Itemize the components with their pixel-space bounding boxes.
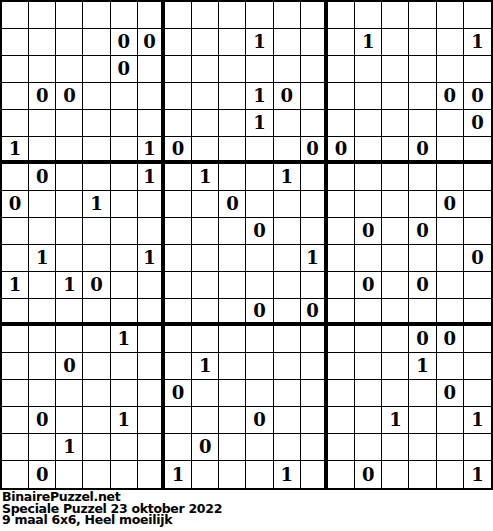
cell-r9c15[interactable] — [382, 218, 409, 245]
cell-r3c11[interactable] — [274, 56, 301, 83]
cell-r4c5[interactable] — [111, 83, 138, 110]
cell-r15c10[interactable] — [246, 380, 273, 407]
cell-r1c4[interactable] — [83, 2, 110, 29]
cell-r6c10[interactable] — [246, 137, 273, 164]
cell-r10c10[interactable] — [246, 245, 273, 272]
cell-r18c12[interactable] — [301, 461, 328, 488]
cell-r9c3[interactable] — [56, 218, 83, 245]
cell-r7c9[interactable] — [219, 164, 246, 191]
cell-r16c16[interactable] — [409, 407, 436, 434]
cell-r16c7[interactable] — [165, 407, 192, 434]
cell-r1c8[interactable] — [192, 2, 219, 29]
cell-r7c1[interactable] — [2, 164, 29, 191]
cell-r15c9[interactable] — [219, 380, 246, 407]
cell-r16c18: 1 — [464, 407, 491, 434]
cell-r2c11[interactable] — [274, 29, 301, 56]
cell-r2c14: 1 — [355, 29, 382, 56]
cell-r17c11[interactable] — [274, 434, 301, 461]
cell-r14c11[interactable] — [274, 353, 301, 380]
cell-r13c18[interactable] — [464, 326, 491, 353]
cell-r14c10[interactable] — [246, 353, 273, 380]
cell-r11c4: 0 — [83, 272, 110, 299]
cell-r7c17[interactable] — [437, 164, 464, 191]
cell-r14c13[interactable] — [328, 353, 355, 380]
cell-r11c8[interactable] — [192, 272, 219, 299]
cell-r9c8[interactable] — [192, 218, 219, 245]
cell-r3c2[interactable] — [29, 56, 56, 83]
cell-r1c7[interactable] — [165, 2, 192, 29]
cell-r8c11[interactable] — [274, 191, 301, 218]
cell-r15c2[interactable] — [29, 380, 56, 407]
cell-r4c14[interactable] — [355, 83, 382, 110]
cell-r18c7: 1 — [165, 461, 192, 488]
cell-r15c7: 0 — [165, 380, 192, 407]
cell-r9c4[interactable] — [83, 218, 110, 245]
cell-r2c13[interactable] — [328, 29, 355, 56]
cell-r3c6[interactable] — [138, 56, 165, 83]
cell-r11c17[interactable] — [437, 272, 464, 299]
cell-r4c15[interactable] — [382, 83, 409, 110]
cell-r1c1[interactable] — [2, 2, 29, 29]
cell-r6c14[interactable] — [355, 137, 382, 164]
cell-r12c15[interactable] — [382, 299, 409, 326]
cell-r4c13[interactable] — [328, 83, 355, 110]
cell-r17c9[interactable] — [219, 434, 246, 461]
cell-r14c12[interactable] — [301, 353, 328, 380]
cell-r8c2[interactable] — [29, 191, 56, 218]
cell-r2c1[interactable] — [2, 29, 29, 56]
cell-r7c18[interactable] — [464, 164, 491, 191]
cell-r5c12[interactable] — [301, 110, 328, 137]
cell-r4c6[interactable] — [138, 83, 165, 110]
cell-r4c11: 0 — [274, 83, 301, 110]
cell-r17c5[interactable] — [111, 434, 138, 461]
cell-r4c18: 0 — [464, 83, 491, 110]
cell-r7c10[interactable] — [246, 164, 273, 191]
cell-r14c18[interactable] — [464, 353, 491, 380]
cell-r12c6[interactable] — [138, 299, 165, 326]
cell-r16c17[interactable] — [437, 407, 464, 434]
cell-r12c18[interactable] — [464, 299, 491, 326]
cell-r1c11[interactable] — [274, 2, 301, 29]
cell-r4c8[interactable] — [192, 83, 219, 110]
cell-r11c16: 0 — [409, 272, 436, 299]
cell-r1c12[interactable] — [301, 2, 328, 29]
cell-r9c7[interactable] — [165, 218, 192, 245]
cell-r1c13[interactable] — [328, 2, 355, 29]
cell-r7c5[interactable] — [111, 164, 138, 191]
cell-r13c14[interactable] — [355, 326, 382, 353]
cell-r16c14[interactable] — [355, 407, 382, 434]
cell-r9c16: 0 — [409, 218, 436, 245]
cell-r6c9[interactable] — [219, 137, 246, 164]
cell-r2c4[interactable] — [83, 29, 110, 56]
cell-r2c9[interactable] — [219, 29, 246, 56]
cell-r14c5[interactable] — [111, 353, 138, 380]
cell-r4c1[interactable] — [2, 83, 29, 110]
cell-r13c7[interactable] — [165, 326, 192, 353]
cell-r9c11[interactable] — [274, 218, 301, 245]
cell-r12c1[interactable] — [2, 299, 29, 326]
cell-r12c2[interactable] — [29, 299, 56, 326]
cell-r18c17[interactable] — [437, 461, 464, 488]
cell-r18c5[interactable] — [111, 461, 138, 488]
cell-r4c17: 0 — [437, 83, 464, 110]
cell-r3c12[interactable] — [301, 56, 328, 83]
cell-r13c3[interactable] — [56, 326, 83, 353]
cell-r9c9[interactable] — [219, 218, 246, 245]
cell-r5c10: 1 — [246, 110, 273, 137]
cell-r13c1[interactable] — [2, 326, 29, 353]
cell-r17c16[interactable] — [409, 434, 436, 461]
cell-r1c5[interactable] — [111, 2, 138, 29]
cell-r14c15[interactable] — [382, 353, 409, 380]
cell-r3c14[interactable] — [355, 56, 382, 83]
cell-r8c8[interactable] — [192, 191, 219, 218]
cell-r11c15[interactable] — [382, 272, 409, 299]
cell-r13c2[interactable] — [29, 326, 56, 353]
cell-r2c12[interactable] — [301, 29, 328, 56]
cell-r9c12[interactable] — [301, 218, 328, 245]
cell-r17c15[interactable] — [382, 434, 409, 461]
cell-r10c14[interactable] — [355, 245, 382, 272]
cell-r12c17[interactable] — [437, 299, 464, 326]
cell-r10c8[interactable] — [192, 245, 219, 272]
cell-r3c8[interactable] — [192, 56, 219, 83]
cell-r15c11[interactable] — [274, 380, 301, 407]
cell-r15c16[interactable] — [409, 380, 436, 407]
cell-r15c18[interactable] — [464, 380, 491, 407]
cell-r2c3[interactable] — [56, 29, 83, 56]
cell-r12c12: 0 — [301, 299, 328, 326]
cell-r17c1[interactable] — [2, 434, 29, 461]
cell-r5c16[interactable] — [409, 110, 436, 137]
cell-r10c13[interactable] — [328, 245, 355, 272]
cell-r14c9[interactable] — [219, 353, 246, 380]
cell-r8c3[interactable] — [56, 191, 83, 218]
cell-r9c17[interactable] — [437, 218, 464, 245]
cell-r12c8[interactable] — [192, 299, 219, 326]
cell-r7c8: 1 — [192, 164, 219, 191]
cell-r15c12[interactable] — [301, 380, 328, 407]
cell-r5c1[interactable] — [2, 110, 29, 137]
cell-r13c5: 1 — [111, 326, 138, 353]
cell-r5c11[interactable] — [274, 110, 301, 137]
cell-r14c7[interactable] — [165, 353, 192, 380]
cell-r8c12[interactable] — [301, 191, 328, 218]
cell-r1c10[interactable] — [246, 2, 273, 29]
cell-r10c5[interactable] — [111, 245, 138, 272]
cell-r17c12[interactable] — [301, 434, 328, 461]
cell-r18c15[interactable] — [382, 461, 409, 488]
cell-r5c15[interactable] — [382, 110, 409, 137]
cell-r11c6[interactable] — [138, 272, 165, 299]
cell-r11c1: 1 — [2, 272, 29, 299]
cell-r7c16[interactable] — [409, 164, 436, 191]
cell-r5c14[interactable] — [355, 110, 382, 137]
cell-r8c17: 0 — [437, 191, 464, 218]
cell-r15c1[interactable] — [2, 380, 29, 407]
cell-r8c16[interactable] — [409, 191, 436, 218]
cell-r15c13[interactable] — [328, 380, 355, 407]
cell-r12c13[interactable] — [328, 299, 355, 326]
cell-r7c4[interactable] — [83, 164, 110, 191]
cell-r5c3[interactable] — [56, 110, 83, 137]
cell-r5c7[interactable] — [165, 110, 192, 137]
cell-r17c4[interactable] — [83, 434, 110, 461]
cell-r13c13[interactable] — [328, 326, 355, 353]
cell-r10c15[interactable] — [382, 245, 409, 272]
cell-r7c15[interactable] — [382, 164, 409, 191]
cell-r18c11: 1 — [274, 461, 301, 488]
cell-r5c13[interactable] — [328, 110, 355, 137]
cell-r11c12[interactable] — [301, 272, 328, 299]
cell-r14c17[interactable] — [437, 353, 464, 380]
cell-r7c14[interactable] — [355, 164, 382, 191]
cell-r13c15[interactable] — [382, 326, 409, 353]
cell-r9c13[interactable] — [328, 218, 355, 245]
cell-r10c16[interactable] — [409, 245, 436, 272]
cell-r13c11[interactable] — [274, 326, 301, 353]
cell-r10c2: 1 — [29, 245, 56, 272]
cell-r5c4[interactable] — [83, 110, 110, 137]
cell-r8c18[interactable] — [464, 191, 491, 218]
cell-r15c6[interactable] — [138, 380, 165, 407]
cell-r18c14: 0 — [355, 461, 382, 488]
cell-r1c18[interactable] — [464, 2, 491, 29]
cell-r5c17[interactable] — [437, 110, 464, 137]
cell-r10c17[interactable] — [437, 245, 464, 272]
footer: BinairePuzzel.net Speciale Puzzel 23 okt… — [0, 490, 493, 526]
cell-r13c4[interactable] — [83, 326, 110, 353]
cell-r6c4[interactable] — [83, 137, 110, 164]
cell-r4c10: 1 — [246, 83, 273, 110]
cell-r16c2: 0 — [29, 407, 56, 434]
cell-r2c17[interactable] — [437, 29, 464, 56]
cell-r3c1[interactable] — [2, 56, 29, 83]
cell-r2c7[interactable] — [165, 29, 192, 56]
cell-r1c6[interactable] — [138, 2, 165, 29]
cell-r12c5[interactable] — [111, 299, 138, 326]
cell-r15c5[interactable] — [111, 380, 138, 407]
cell-r14c2[interactable] — [29, 353, 56, 380]
cell-r18c9[interactable] — [219, 461, 246, 488]
cell-r10c4[interactable] — [83, 245, 110, 272]
cell-r10c9[interactable] — [219, 245, 246, 272]
cell-r13c17: 0 — [437, 326, 464, 353]
cell-r11c5[interactable] — [111, 272, 138, 299]
cell-r3c17[interactable] — [437, 56, 464, 83]
cell-r10c11[interactable] — [274, 245, 301, 272]
cell-r10c7[interactable] — [165, 245, 192, 272]
cell-r8c13[interactable] — [328, 191, 355, 218]
cell-r4c4[interactable] — [83, 83, 110, 110]
cell-r2c16[interactable] — [409, 29, 436, 56]
cell-r13c6[interactable] — [138, 326, 165, 353]
cell-r6c18[interactable] — [464, 137, 491, 164]
cell-r7c12[interactable] — [301, 164, 328, 191]
cell-r12c4[interactable] — [83, 299, 110, 326]
cell-r16c13[interactable] — [328, 407, 355, 434]
cell-r6c16: 0 — [409, 137, 436, 164]
cell-r3c7[interactable] — [165, 56, 192, 83]
cell-r12c7[interactable] — [165, 299, 192, 326]
cell-r3c10[interactable] — [246, 56, 273, 83]
cell-r5c9[interactable] — [219, 110, 246, 137]
cell-r6c5[interactable] — [111, 137, 138, 164]
cell-r11c3: 1 — [56, 272, 83, 299]
cell-r7c13[interactable] — [328, 164, 355, 191]
cell-r5c5[interactable] — [111, 110, 138, 137]
cell-r15c4[interactable] — [83, 380, 110, 407]
cell-r4c12[interactable] — [301, 83, 328, 110]
cell-r1c15[interactable] — [382, 2, 409, 29]
cell-r16c11[interactable] — [274, 407, 301, 434]
cell-r12c11[interactable] — [274, 299, 301, 326]
cell-r16c15: 1 — [382, 407, 409, 434]
cell-r11c10[interactable] — [246, 272, 273, 299]
cell-r8c5[interactable] — [111, 191, 138, 218]
cell-r1c17[interactable] — [437, 2, 464, 29]
cell-r4c9[interactable] — [219, 83, 246, 110]
cell-r3c3[interactable] — [56, 56, 83, 83]
cell-r16c4[interactable] — [83, 407, 110, 434]
cell-r9c1[interactable] — [2, 218, 29, 245]
cell-r9c6[interactable] — [138, 218, 165, 245]
cell-r2c2[interactable] — [29, 29, 56, 56]
cell-r17c14[interactable] — [355, 434, 382, 461]
cell-r10c1[interactable] — [2, 245, 29, 272]
cell-r16c12[interactable] — [301, 407, 328, 434]
cell-r1c9[interactable] — [219, 2, 246, 29]
cell-r13c9[interactable] — [219, 326, 246, 353]
cell-r8c15[interactable] — [382, 191, 409, 218]
cell-r17c17[interactable] — [437, 434, 464, 461]
cell-r3c16[interactable] — [409, 56, 436, 83]
cell-r3c9[interactable] — [219, 56, 246, 83]
cell-r6c2[interactable] — [29, 137, 56, 164]
cell-r17c8: 0 — [192, 434, 219, 461]
cell-r6c13: 0 — [328, 137, 355, 164]
cell-r12c3[interactable] — [56, 299, 83, 326]
cell-r6c8[interactable] — [192, 137, 219, 164]
cell-r15c3[interactable] — [56, 380, 83, 407]
cell-r7c3[interactable] — [56, 164, 83, 191]
cell-r5c6[interactable] — [138, 110, 165, 137]
cell-r11c9[interactable] — [219, 272, 246, 299]
cell-r14c14[interactable] — [355, 353, 382, 380]
cell-r17c6[interactable] — [138, 434, 165, 461]
cell-r6c11[interactable] — [274, 137, 301, 164]
cell-r18c8[interactable] — [192, 461, 219, 488]
cell-r16c3[interactable] — [56, 407, 83, 434]
cell-r16c9[interactable] — [219, 407, 246, 434]
cell-r17c18[interactable] — [464, 434, 491, 461]
cell-r3c18[interactable] — [464, 56, 491, 83]
cell-r4c7[interactable] — [165, 83, 192, 110]
cell-r11c2[interactable] — [29, 272, 56, 299]
cell-r12c16[interactable] — [409, 299, 436, 326]
cell-r18c10[interactable] — [246, 461, 273, 488]
cell-r11c11[interactable] — [274, 272, 301, 299]
cell-r7c7[interactable] — [165, 164, 192, 191]
cell-r6c15[interactable] — [382, 137, 409, 164]
cell-r18c3[interactable] — [56, 461, 83, 488]
cell-r11c18[interactable] — [464, 272, 491, 299]
cell-r14c16: 1 — [409, 353, 436, 380]
cell-r16c5: 1 — [111, 407, 138, 434]
cell-r16c8[interactable] — [192, 407, 219, 434]
cell-r8c14[interactable] — [355, 191, 382, 218]
cell-r5c2[interactable] — [29, 110, 56, 137]
cell-r15c8[interactable] — [192, 380, 219, 407]
cell-r10c12: 1 — [301, 245, 328, 272]
cell-r13c8[interactable] — [192, 326, 219, 353]
cell-r1c2[interactable] — [29, 2, 56, 29]
cell-r7c2: 0 — [29, 164, 56, 191]
cell-r9c14: 0 — [355, 218, 382, 245]
cell-r11c13[interactable] — [328, 272, 355, 299]
cell-r3c4[interactable] — [83, 56, 110, 83]
cell-r17c13[interactable] — [328, 434, 355, 461]
cell-r14c4[interactable] — [83, 353, 110, 380]
cell-r3c15[interactable] — [382, 56, 409, 83]
cell-r3c13[interactable] — [328, 56, 355, 83]
cell-r18c6[interactable] — [138, 461, 165, 488]
cell-r7c11: 1 — [274, 164, 301, 191]
cell-r17c10[interactable] — [246, 434, 273, 461]
cell-r4c16[interactable] — [409, 83, 436, 110]
cell-r2c8[interactable] — [192, 29, 219, 56]
cell-r6c17[interactable] — [437, 137, 464, 164]
cell-r16c1[interactable] — [2, 407, 29, 434]
cell-r18c16[interactable] — [409, 461, 436, 488]
cell-r14c6[interactable] — [138, 353, 165, 380]
cell-r13c10[interactable] — [246, 326, 273, 353]
cell-r9c18[interactable] — [464, 218, 491, 245]
cell-r13c12[interactable] — [301, 326, 328, 353]
cell-r8c6[interactable] — [138, 191, 165, 218]
cell-r12c10: 0 — [246, 299, 273, 326]
cell-r11c7[interactable] — [165, 272, 192, 299]
cell-r4c3: 0 — [56, 83, 83, 110]
cell-r12c9[interactable] — [219, 299, 246, 326]
cell-r14c1[interactable] — [2, 353, 29, 380]
cell-r1c14[interactable] — [355, 2, 382, 29]
cell-r10c3[interactable] — [56, 245, 83, 272]
cell-r17c7[interactable] — [165, 434, 192, 461]
cell-r5c8[interactable] — [192, 110, 219, 137]
cell-r18c4[interactable] — [83, 461, 110, 488]
cell-r3c5: 0 — [111, 56, 138, 83]
cell-r18c13[interactable] — [328, 461, 355, 488]
cell-r16c6[interactable] — [138, 407, 165, 434]
cell-r9c2[interactable] — [29, 218, 56, 245]
cell-r9c5[interactable] — [111, 218, 138, 245]
cell-r8c9: 0 — [219, 191, 246, 218]
cell-r1c3[interactable] — [56, 2, 83, 29]
cell-r8c7[interactable] — [165, 191, 192, 218]
cell-r8c10[interactable] — [246, 191, 273, 218]
cell-r2c15[interactable] — [382, 29, 409, 56]
cell-r12c14[interactable] — [355, 299, 382, 326]
cell-r15c15[interactable] — [382, 380, 409, 407]
cell-r1c16[interactable] — [409, 2, 436, 29]
cell-r18c1[interactable] — [2, 461, 29, 488]
cell-r15c14[interactable] — [355, 380, 382, 407]
cell-r17c2[interactable] — [29, 434, 56, 461]
cell-r6c3[interactable] — [56, 137, 83, 164]
